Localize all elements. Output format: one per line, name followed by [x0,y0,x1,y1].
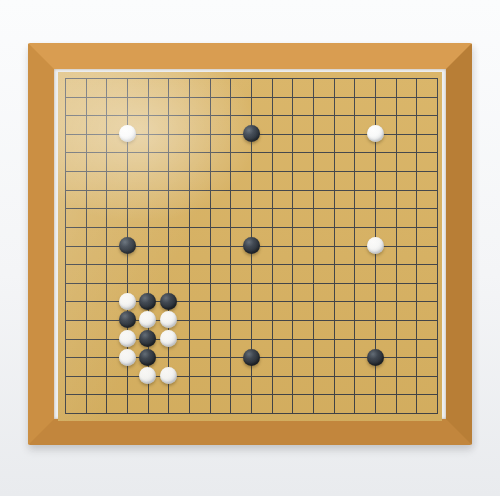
white-stone [119,349,136,366]
black-stone [367,349,384,366]
black-stone [119,311,136,328]
grid-line-vertical [416,78,417,414]
black-stone [243,125,260,142]
grid-line-vertical [354,78,355,414]
grid-line-horizontal [65,394,438,395]
go-board-photo [0,0,500,496]
white-stone [119,330,136,347]
white-stone [119,125,136,142]
white-stone [367,125,384,142]
grid-line-horizontal [65,413,438,414]
black-stone [243,349,260,366]
grid-line-horizontal [65,264,438,265]
white-stone [160,330,177,347]
black-stone [243,237,260,254]
grid-line-vertical [334,78,335,414]
black-stone [160,293,177,310]
white-stone [119,293,136,310]
black-stone [139,293,156,310]
grid-line-vertical [292,78,293,414]
grid-line-vertical [396,78,397,414]
grid-line-vertical [313,78,314,414]
grid-line-horizontal [65,376,438,377]
black-stone [139,349,156,366]
grid-line-vertical [437,78,438,414]
white-stone [160,367,177,384]
grid-line-vertical [272,78,273,414]
black-stone [119,237,136,254]
white-stone [367,237,384,254]
grid-line-horizontal [65,283,438,284]
